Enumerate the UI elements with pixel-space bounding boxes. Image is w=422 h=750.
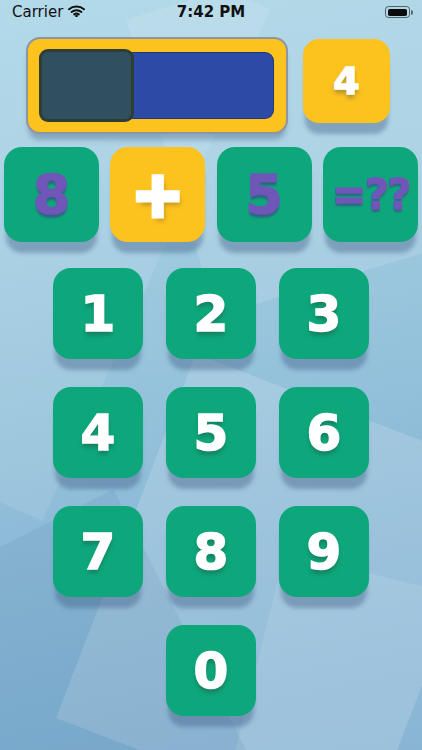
keypad: 1 2 3 4 5 6 7 8 9 0 [53,268,369,716]
operand2-value: 5 [245,168,283,222]
counter-tile: 4 [303,39,390,123]
operand1-value: 8 [33,168,71,222]
key-8[interactable]: 8 [166,506,256,597]
key-4[interactable]: 4 [53,387,143,478]
counter-value: 4 [333,62,359,100]
key-2[interactable]: 2 [166,268,256,359]
key-1[interactable]: 1 [53,268,143,359]
plus-icon: + [132,164,184,226]
key-6[interactable]: 6 [279,387,369,478]
key-7[interactable]: 7 [53,506,143,597]
key-3[interactable]: 3 [279,268,369,359]
key-5[interactable]: 5 [166,387,256,478]
operand2-tile: 5 [217,147,312,242]
equation-row: 8 + 5 =?? [4,147,418,242]
battery-icon [385,6,410,18]
operator-tile: + [110,147,205,242]
app-screen: Carrier 7:42 PM 4 8 + [0,0,422,750]
key-0[interactable]: 0 [166,625,256,716]
result-placeholder: =?? [332,174,410,216]
progress-bar [26,37,288,134]
key-9[interactable]: 9 [279,506,369,597]
operand1-tile: 8 [4,147,99,242]
result-tile: =?? [323,147,418,242]
progress-fill [39,49,134,122]
clock: 7:42 PM [0,3,422,21]
status-bar: Carrier 7:42 PM [0,0,422,24]
progress-track [40,52,274,119]
